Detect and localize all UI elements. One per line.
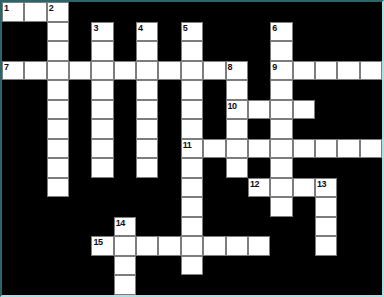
black-cell bbox=[315, 41, 337, 61]
cell[interactable] bbox=[270, 158, 292, 178]
black-cell bbox=[315, 119, 337, 139]
black-cell bbox=[293, 22, 315, 42]
cell[interactable] bbox=[114, 256, 136, 276]
black-cell bbox=[114, 119, 136, 139]
black-cell bbox=[158, 197, 180, 217]
cell[interactable] bbox=[91, 139, 113, 159]
black-cell bbox=[293, 2, 315, 22]
black-cell bbox=[158, 158, 180, 178]
cell[interactable] bbox=[24, 61, 46, 81]
black-cell bbox=[203, 100, 225, 120]
black-cell bbox=[360, 2, 382, 22]
cell[interactable] bbox=[293, 178, 315, 198]
cell[interactable] bbox=[203, 139, 225, 159]
black-cell bbox=[69, 178, 91, 198]
cell[interactable]: 7 bbox=[2, 61, 24, 81]
clue-number: 3 bbox=[93, 23, 98, 33]
black-cell bbox=[226, 275, 248, 295]
black-cell bbox=[360, 178, 382, 198]
black-cell bbox=[47, 275, 69, 295]
cell[interactable] bbox=[136, 41, 158, 61]
black-cell bbox=[24, 41, 46, 61]
black-cell bbox=[158, 217, 180, 237]
black-cell bbox=[158, 139, 180, 159]
black-cell bbox=[158, 256, 180, 276]
cell[interactable] bbox=[203, 61, 225, 81]
cell[interactable] bbox=[270, 100, 292, 120]
black-cell bbox=[158, 178, 180, 198]
black-cell bbox=[69, 275, 91, 295]
black-cell bbox=[248, 217, 270, 237]
black-cell bbox=[2, 275, 24, 295]
cell[interactable] bbox=[47, 178, 69, 198]
black-cell bbox=[360, 236, 382, 256]
cell[interactable] bbox=[226, 119, 248, 139]
black-cell bbox=[2, 256, 24, 276]
black-cell bbox=[360, 275, 382, 295]
cell[interactable]: 9 bbox=[270, 61, 292, 81]
black-cell bbox=[69, 80, 91, 100]
cell[interactable] bbox=[270, 80, 292, 100]
black-cell bbox=[203, 197, 225, 217]
black-cell bbox=[360, 217, 382, 237]
cell[interactable] bbox=[226, 158, 248, 178]
black-cell bbox=[158, 2, 180, 22]
cell[interactable] bbox=[47, 119, 69, 139]
black-cell bbox=[114, 139, 136, 159]
cell[interactable] bbox=[203, 236, 225, 256]
clue-number: 14 bbox=[116, 218, 125, 228]
black-cell bbox=[91, 178, 113, 198]
black-cell bbox=[158, 41, 180, 61]
black-cell bbox=[114, 197, 136, 217]
cell[interactable] bbox=[226, 139, 248, 159]
black-cell bbox=[226, 2, 248, 22]
cell[interactable] bbox=[91, 158, 113, 178]
black-cell bbox=[24, 139, 46, 159]
black-cell bbox=[24, 197, 46, 217]
cell[interactable] bbox=[248, 100, 270, 120]
black-cell bbox=[114, 22, 136, 42]
clue-number: 10 bbox=[228, 101, 237, 111]
cell[interactable] bbox=[69, 61, 91, 81]
black-cell bbox=[91, 256, 113, 276]
cell[interactable] bbox=[248, 139, 270, 159]
clue-number: 6 bbox=[272, 23, 277, 33]
black-cell bbox=[337, 2, 359, 22]
black-cell bbox=[203, 256, 225, 276]
cell[interactable] bbox=[181, 178, 203, 198]
black-cell bbox=[2, 80, 24, 100]
clue-number: 9 bbox=[272, 62, 277, 72]
clue-number: 5 bbox=[183, 23, 188, 33]
black-cell bbox=[337, 256, 359, 276]
black-cell bbox=[114, 158, 136, 178]
black-cell bbox=[270, 2, 292, 22]
cell[interactable] bbox=[293, 100, 315, 120]
cell[interactable]: 8 bbox=[226, 61, 248, 81]
cell[interactable] bbox=[315, 61, 337, 81]
black-cell bbox=[2, 22, 24, 42]
black-cell bbox=[158, 80, 180, 100]
black-cell bbox=[337, 197, 359, 217]
black-cell bbox=[24, 217, 46, 237]
black-cell bbox=[226, 41, 248, 61]
black-cell bbox=[315, 275, 337, 295]
black-cell bbox=[226, 197, 248, 217]
cell[interactable]: 5 bbox=[181, 22, 203, 42]
black-cell bbox=[293, 41, 315, 61]
cell[interactable] bbox=[315, 197, 337, 217]
black-cell bbox=[203, 22, 225, 42]
black-cell bbox=[203, 119, 225, 139]
black-cell bbox=[337, 158, 359, 178]
black-cell bbox=[360, 197, 382, 217]
black-cell bbox=[270, 236, 292, 256]
black-cell bbox=[226, 178, 248, 198]
black-cell bbox=[47, 236, 69, 256]
cell[interactable] bbox=[181, 256, 203, 276]
black-cell bbox=[69, 158, 91, 178]
black-cell bbox=[248, 41, 270, 61]
black-cell bbox=[360, 41, 382, 61]
cell[interactable] bbox=[181, 217, 203, 237]
cell[interactable]: 6 bbox=[270, 22, 292, 42]
black-cell bbox=[158, 22, 180, 42]
black-cell bbox=[91, 2, 113, 22]
black-cell bbox=[337, 119, 359, 139]
black-cell bbox=[248, 256, 270, 276]
cell[interactable]: 12 bbox=[248, 178, 270, 198]
black-cell bbox=[248, 275, 270, 295]
cell[interactable] bbox=[47, 139, 69, 159]
black-cell bbox=[136, 256, 158, 276]
black-cell bbox=[270, 256, 292, 276]
black-cell bbox=[69, 41, 91, 61]
black-cell bbox=[360, 158, 382, 178]
black-cell bbox=[293, 197, 315, 217]
cell[interactable] bbox=[360, 61, 382, 81]
black-cell bbox=[136, 275, 158, 295]
black-cell bbox=[91, 197, 113, 217]
black-cell bbox=[203, 41, 225, 61]
black-cell bbox=[24, 256, 46, 276]
cell[interactable] bbox=[226, 80, 248, 100]
cell[interactable]: 14 bbox=[114, 217, 136, 237]
black-cell bbox=[270, 217, 292, 237]
black-cell bbox=[248, 61, 270, 81]
black-cell bbox=[248, 158, 270, 178]
cell[interactable] bbox=[181, 100, 203, 120]
black-cell bbox=[181, 2, 203, 22]
black-cell bbox=[293, 236, 315, 256]
black-cell bbox=[360, 256, 382, 276]
cell[interactable] bbox=[181, 41, 203, 61]
cell[interactable] bbox=[136, 119, 158, 139]
black-cell bbox=[248, 197, 270, 217]
black-cell bbox=[136, 217, 158, 237]
black-cell bbox=[293, 80, 315, 100]
black-cell bbox=[69, 256, 91, 276]
cell[interactable] bbox=[47, 158, 69, 178]
black-cell bbox=[47, 256, 69, 276]
black-cell bbox=[2, 217, 24, 237]
black-cell bbox=[136, 178, 158, 198]
black-cell bbox=[293, 119, 315, 139]
black-cell bbox=[2, 158, 24, 178]
black-cell bbox=[24, 119, 46, 139]
black-cell bbox=[24, 275, 46, 295]
black-cell bbox=[203, 158, 225, 178]
cell[interactable] bbox=[181, 158, 203, 178]
black-cell bbox=[360, 80, 382, 100]
black-cell bbox=[293, 275, 315, 295]
black-cell bbox=[337, 236, 359, 256]
clue-number: 1 bbox=[4, 3, 9, 13]
black-cell bbox=[337, 80, 359, 100]
black-cell bbox=[24, 236, 46, 256]
cell[interactable] bbox=[270, 178, 292, 198]
black-cell bbox=[2, 236, 24, 256]
black-cell bbox=[315, 80, 337, 100]
black-cell bbox=[24, 178, 46, 198]
clue-number: 4 bbox=[138, 23, 143, 33]
black-cell bbox=[24, 100, 46, 120]
cell[interactable] bbox=[315, 217, 337, 237]
cell[interactable] bbox=[181, 61, 203, 81]
black-cell bbox=[69, 197, 91, 217]
black-cell bbox=[69, 100, 91, 120]
black-cell bbox=[315, 2, 337, 22]
black-cell bbox=[114, 80, 136, 100]
clue-number: 8 bbox=[228, 62, 233, 72]
cell[interactable] bbox=[337, 61, 359, 81]
cell[interactable] bbox=[114, 236, 136, 256]
cell[interactable] bbox=[136, 80, 158, 100]
black-cell bbox=[315, 256, 337, 276]
cell[interactable] bbox=[158, 61, 180, 81]
cell[interactable] bbox=[315, 139, 337, 159]
cell[interactable] bbox=[270, 119, 292, 139]
cell[interactable]: 3 bbox=[91, 22, 113, 42]
cell[interactable] bbox=[136, 100, 158, 120]
cell[interactable] bbox=[226, 236, 248, 256]
black-cell bbox=[248, 119, 270, 139]
black-cell bbox=[158, 100, 180, 120]
black-cell bbox=[69, 22, 91, 42]
cell[interactable] bbox=[47, 100, 69, 120]
cell[interactable] bbox=[91, 80, 113, 100]
cell[interactable] bbox=[47, 41, 69, 61]
cell[interactable] bbox=[293, 139, 315, 159]
black-cell bbox=[181, 275, 203, 295]
cell[interactable] bbox=[270, 139, 292, 159]
clue-number: 12 bbox=[250, 179, 259, 189]
cell[interactable] bbox=[91, 41, 113, 61]
black-cell bbox=[337, 217, 359, 237]
black-cell bbox=[248, 80, 270, 100]
cell[interactable] bbox=[337, 139, 359, 159]
black-cell bbox=[69, 236, 91, 256]
cell[interactable] bbox=[91, 61, 113, 81]
cell[interactable] bbox=[114, 275, 136, 295]
crossword-grid: 123456789101112131415 bbox=[2, 2, 382, 295]
black-cell bbox=[315, 158, 337, 178]
cell[interactable] bbox=[136, 158, 158, 178]
clue-number: 11 bbox=[183, 140, 192, 150]
cell[interactable]: 10 bbox=[226, 100, 248, 120]
cell[interactable] bbox=[181, 80, 203, 100]
black-cell bbox=[226, 217, 248, 237]
clue-number: 13 bbox=[317, 179, 326, 189]
black-cell bbox=[337, 100, 359, 120]
black-cell bbox=[2, 197, 24, 217]
cell[interactable] bbox=[136, 236, 158, 256]
black-cell bbox=[47, 217, 69, 237]
black-cell bbox=[24, 158, 46, 178]
black-cell bbox=[293, 158, 315, 178]
cell[interactable] bbox=[315, 236, 337, 256]
black-cell bbox=[248, 22, 270, 42]
cell[interactable]: 2 bbox=[47, 2, 69, 22]
cell[interactable] bbox=[270, 41, 292, 61]
cell[interactable] bbox=[47, 22, 69, 42]
black-cell bbox=[69, 217, 91, 237]
crossword-board: 123456789101112131415 bbox=[0, 0, 384, 297]
black-cell bbox=[203, 80, 225, 100]
black-cell bbox=[226, 22, 248, 42]
black-cell bbox=[114, 100, 136, 120]
black-cell bbox=[69, 119, 91, 139]
black-cell bbox=[293, 256, 315, 276]
cell[interactable] bbox=[181, 236, 203, 256]
black-cell bbox=[158, 275, 180, 295]
black-cell bbox=[47, 197, 69, 217]
black-cell bbox=[270, 275, 292, 295]
black-cell bbox=[69, 2, 91, 22]
black-cell bbox=[114, 2, 136, 22]
black-cell bbox=[293, 217, 315, 237]
black-cell bbox=[337, 22, 359, 42]
black-cell bbox=[2, 139, 24, 159]
black-cell bbox=[69, 139, 91, 159]
cell[interactable]: 13 bbox=[315, 178, 337, 198]
cell[interactable] bbox=[293, 61, 315, 81]
cell[interactable] bbox=[270, 197, 292, 217]
black-cell bbox=[203, 2, 225, 22]
cell[interactable] bbox=[136, 139, 158, 159]
black-cell bbox=[2, 100, 24, 120]
cell[interactable] bbox=[114, 61, 136, 81]
cell[interactable] bbox=[136, 61, 158, 81]
black-cell bbox=[360, 22, 382, 42]
black-cell bbox=[315, 22, 337, 42]
black-cell bbox=[2, 178, 24, 198]
black-cell bbox=[248, 2, 270, 22]
cell[interactable] bbox=[248, 236, 270, 256]
cell[interactable] bbox=[24, 2, 46, 22]
cell[interactable]: 1 bbox=[2, 2, 24, 22]
black-cell bbox=[136, 197, 158, 217]
black-cell bbox=[203, 217, 225, 237]
black-cell bbox=[226, 256, 248, 276]
black-cell bbox=[337, 275, 359, 295]
black-cell bbox=[114, 178, 136, 198]
clue-number: 15 bbox=[93, 237, 102, 247]
black-cell bbox=[24, 80, 46, 100]
black-cell bbox=[337, 41, 359, 61]
cell[interactable] bbox=[181, 119, 203, 139]
black-cell bbox=[114, 41, 136, 61]
black-cell bbox=[203, 178, 225, 198]
black-cell bbox=[91, 275, 113, 295]
black-cell bbox=[91, 217, 113, 237]
cell[interactable] bbox=[158, 236, 180, 256]
cell[interactable] bbox=[47, 80, 69, 100]
clue-number: 2 bbox=[49, 3, 54, 13]
black-cell bbox=[2, 41, 24, 61]
black-cell bbox=[360, 119, 382, 139]
black-cell bbox=[360, 100, 382, 120]
black-cell bbox=[315, 100, 337, 120]
cell[interactable]: 11 bbox=[181, 139, 203, 159]
clue-number: 7 bbox=[4, 62, 9, 72]
cell[interactable]: 4 bbox=[136, 22, 158, 42]
cell[interactable] bbox=[91, 100, 113, 120]
black-cell bbox=[203, 275, 225, 295]
black-cell bbox=[337, 178, 359, 198]
black-cell bbox=[136, 2, 158, 22]
black-cell bbox=[24, 22, 46, 42]
cell[interactable]: 15 bbox=[91, 236, 113, 256]
cell[interactable] bbox=[360, 139, 382, 159]
cell[interactable] bbox=[47, 61, 69, 81]
cell[interactable] bbox=[91, 119, 113, 139]
black-cell bbox=[2, 119, 24, 139]
black-cell bbox=[158, 119, 180, 139]
cell[interactable] bbox=[181, 197, 203, 217]
